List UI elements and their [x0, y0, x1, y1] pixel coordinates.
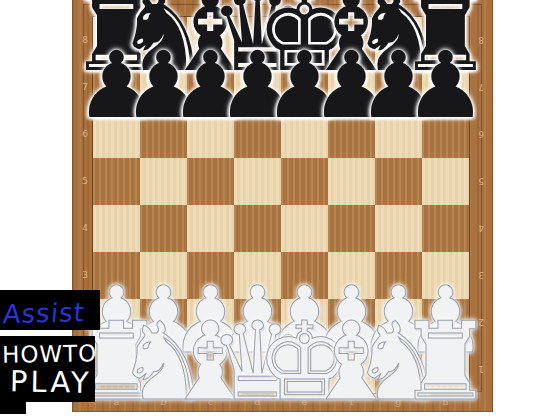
square-c5[interactable]	[187, 158, 234, 205]
rank-label-right-4: 4	[474, 223, 488, 233]
piece-white-rook-h1[interactable]: ♜	[397, 308, 494, 416]
rank-label-left-4: 4	[78, 223, 92, 233]
square-d4[interactable]	[234, 205, 281, 252]
square-g5[interactable]	[375, 158, 422, 205]
how-to-play-tab	[0, 400, 26, 414]
square-h5[interactable]	[422, 158, 469, 205]
square-g4[interactable]	[375, 205, 422, 252]
board-squares: ♜♞♝♛♚♝♞♜♟♟♟♟♟♟♟♟♟♟♟♟♟♟♟♟♜♞♝♛♚♝♞♜	[93, 17, 469, 393]
square-h4[interactable]	[422, 205, 469, 252]
square-f5[interactable]	[328, 158, 375, 205]
how-to-play-button[interactable]: HOWTO PLAY	[0, 336, 95, 402]
square-b4[interactable]	[140, 205, 187, 252]
piece-black-pawn-h7[interactable]: ♟	[404, 40, 486, 132]
how-to-play-label-line2: PLAY	[0, 366, 95, 398]
rank-label-right-5: 5	[474, 176, 488, 186]
square-e4[interactable]	[281, 205, 328, 252]
rank-label-left-5: 5	[78, 176, 92, 186]
square-b5[interactable]	[140, 158, 187, 205]
assist-button[interactable]: Assist	[0, 290, 100, 330]
chess-board: ♜♞♝♛♚♝♞♜♟♟♟♟♟♟♟♟♟♟♟♟♟♟♟♟♜♞♝♛♚♝♞♜ 8765432…	[72, 0, 493, 412]
square-a4[interactable]	[93, 205, 140, 252]
square-f4[interactable]	[328, 205, 375, 252]
square-c4[interactable]	[187, 205, 234, 252]
assist-button-label: Assist	[0, 295, 101, 332]
square-e5[interactable]	[281, 158, 328, 205]
chess-app: { "game": "chess", "position": "rnbqkbnr…	[0, 0, 560, 420]
square-d5[interactable]	[234, 158, 281, 205]
square-a5[interactable]	[93, 158, 140, 205]
